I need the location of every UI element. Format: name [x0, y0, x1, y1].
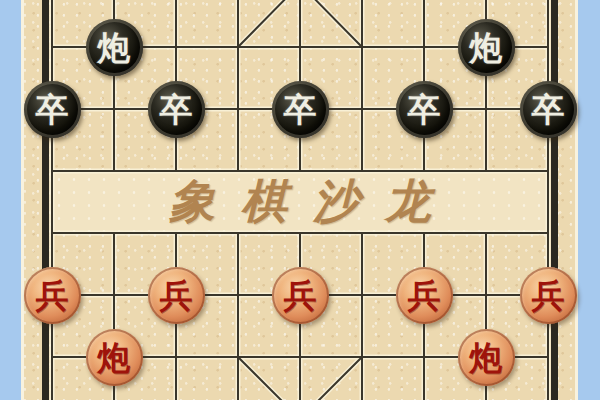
black-pawn[interactable]: 卒 — [520, 81, 577, 138]
red-cannon[interactable]: 炮 — [86, 329, 143, 386]
black-pawn[interactable]: 卒 — [24, 81, 81, 138]
red-pawn[interactable]: 兵 — [396, 267, 453, 324]
black-pawn[interactable]: 卒 — [396, 81, 453, 138]
red-pawn[interactable]: 兵 — [148, 267, 205, 324]
black-cannon[interactable]: 炮 — [458, 19, 515, 76]
board-stage: 象棋沙龙 炮炮卒卒卒卒卒兵兵兵兵炮炮兵 — [0, 0, 600, 400]
black-cannon[interactable]: 炮 — [86, 19, 143, 76]
red-cannon[interactable]: 炮 — [458, 329, 515, 386]
black-pawn[interactable]: 卒 — [272, 81, 329, 138]
pieces-grid: 炮炮卒卒卒卒卒兵兵兵兵炮炮兵 — [21, 0, 579, 400]
red-pawn[interactable]: 兵 — [520, 267, 577, 324]
black-pawn[interactable]: 卒 — [148, 81, 205, 138]
red-pawn[interactable]: 兵 — [24, 267, 81, 324]
red-pawn[interactable]: 兵 — [272, 267, 329, 324]
